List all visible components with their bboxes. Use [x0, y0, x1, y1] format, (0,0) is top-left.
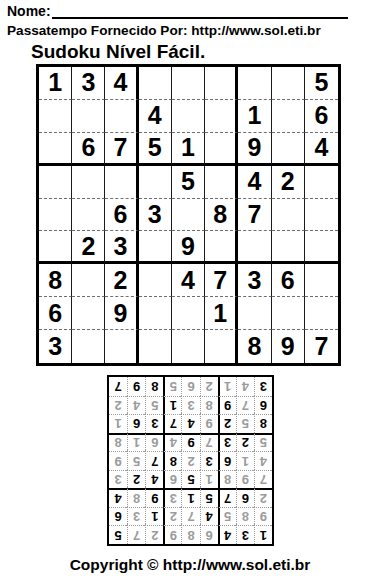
sudoku-cell-r2c5[interactable] [172, 100, 205, 133]
sudoku-cell-r3c8[interactable] [272, 133, 305, 166]
sudoku-cell-r3c7[interactable]: 9 [238, 133, 271, 166]
sudoku-cell-r2c6[interactable] [205, 100, 238, 133]
sudoku-cell-r5c5[interactable] [172, 199, 205, 232]
sudoku-cell-r8c6[interactable]: 1 [205, 297, 238, 330]
solution-cell-r1c7: 2 [145, 525, 163, 544]
copyright-line: Copyright © http://www.sol.eti.br [0, 556, 380, 574]
solution-cell-r5c2: 1 [236, 451, 254, 470]
sudoku-cell-r6c8[interactable] [272, 231, 305, 264]
sudoku-cell-r9c3[interactable] [105, 330, 138, 363]
solution-cell-r5c9: 9 [109, 451, 127, 470]
sudoku-cell-r8c8[interactable] [272, 297, 305, 330]
sudoku-cell-r9c4[interactable] [139, 330, 172, 363]
solution-cell-r2c9: 6 [109, 507, 127, 526]
solution-cell-r3c1: 2 [254, 488, 272, 507]
sudoku-cell-r8c2[interactable] [72, 297, 105, 330]
sudoku-cell-r6c3[interactable]: 3 [105, 231, 138, 264]
sudoku-cell-r5c7[interactable]: 7 [238, 199, 271, 232]
sudoku-cell-r5c6[interactable]: 8 [205, 199, 238, 232]
solution-cell-r7c9: 1 [109, 414, 127, 433]
solution-cell-r6c6: 4 [163, 433, 181, 452]
solution-cell-r9c8: 9 [127, 377, 145, 396]
solution-cell-r7c1: 8 [254, 414, 272, 433]
sudoku-grid: 134541667519454263872398247366913897 [36, 64, 341, 366]
solution-cell-r8c4: 8 [200, 396, 218, 415]
solution-cell-r4c6: 6 [163, 470, 181, 489]
solution-cell-r6c4: 7 [200, 433, 218, 452]
solution-cell-r8c9: 2 [109, 396, 127, 415]
solution-cell-r8c8: 4 [127, 396, 145, 415]
solution-cell-r3c9: 4 [109, 488, 127, 507]
solution-cell-r1c6: 9 [163, 525, 181, 544]
solution-cell-r4c8: 2 [127, 470, 145, 489]
solution-cell-r3c7: 9 [145, 488, 163, 507]
sudoku-cell-r3c6[interactable] [205, 133, 238, 166]
sudoku-cell-r4c8[interactable]: 2 [272, 166, 305, 199]
sudoku-cell-r3c2[interactable]: 6 [72, 133, 105, 166]
sudoku-cell-r7c3[interactable]: 2 [105, 264, 138, 297]
sudoku-cell-r2c3[interactable] [105, 100, 138, 133]
sudoku-cell-r4c2[interactable] [72, 166, 105, 199]
solution-cell-r9c1: 3 [254, 377, 272, 396]
sudoku-cell-r7c5[interactable]: 4 [172, 264, 205, 297]
sudoku-cell-r1c4[interactable] [139, 67, 172, 100]
page-title: Sudoku Nível Fácil. [31, 41, 205, 63]
solution-cell-r7c6: 7 [163, 414, 181, 433]
sudoku-cell-r1c7[interactable] [238, 67, 271, 100]
sudoku-cell-r4c3[interactable] [105, 166, 138, 199]
solution-cell-r1c8: 7 [127, 525, 145, 544]
solution-cell-r3c5: 1 [181, 488, 199, 507]
sudoku-cell-r9c9[interactable]: 7 [305, 330, 338, 363]
solution-cell-r9c7: 8 [145, 377, 163, 396]
sudoku-cell-r2c1[interactable] [39, 100, 72, 133]
solution-cell-r1c3: 4 [218, 525, 236, 544]
solution-cell-r9c5: 6 [181, 377, 199, 396]
solution-cell-r7c5: 4 [181, 414, 199, 433]
sudoku-cell-r2c2[interactable] [72, 100, 105, 133]
solution-cell-r3c4: 5 [200, 488, 218, 507]
solution-cell-r4c4: 1 [200, 470, 218, 489]
sudoku-cell-r1c6[interactable] [205, 67, 238, 100]
solution-cell-r5c4: 3 [200, 451, 218, 470]
solution-cell-r4c9: 3 [109, 470, 127, 489]
sudoku-cell-r3c3[interactable]: 7 [105, 133, 138, 166]
sudoku-cell-r2c4[interactable]: 4 [139, 100, 172, 133]
solution-cell-r9c2: 4 [236, 377, 254, 396]
solution-cell-r4c5: 5 [181, 470, 199, 489]
sudoku-cell-r2c7[interactable]: 1 [238, 100, 271, 133]
sudoku-cell-r5c3[interactable]: 6 [105, 199, 138, 232]
sudoku-cell-r4c5[interactable]: 5 [172, 166, 205, 199]
sudoku-cell-r1c3[interactable]: 4 [105, 67, 138, 100]
sudoku-cell-r8c1[interactable]: 6 [39, 297, 72, 330]
sudoku-cell-r4c9[interactable] [305, 166, 338, 199]
solution-cell-r8c2: 7 [236, 396, 254, 415]
sudoku-cell-r7c4[interactable] [139, 264, 172, 297]
solution-cell-r6c1: 5 [254, 433, 272, 452]
solution-cell-r5c6: 8 [163, 451, 181, 470]
solution-cell-r1c2: 3 [236, 525, 254, 544]
sudoku-cell-r5c8[interactable] [272, 199, 305, 232]
solution-cell-r2c6: 2 [163, 507, 181, 526]
solution-cell-r4c7: 4 [145, 470, 163, 489]
solution-cell-r2c2: 8 [236, 507, 254, 526]
solution-cell-r2c8: 3 [127, 507, 145, 526]
sudoku-cell-r1c8[interactable] [272, 67, 305, 100]
sudoku-cell-r7c8[interactable]: 6 [272, 264, 305, 297]
sudoku-cell-r7c9[interactable] [305, 264, 338, 297]
sudoku-cell-r9c1[interactable]: 3 [39, 330, 72, 363]
solution-cell-r1c4: 6 [200, 525, 218, 544]
solution-cell-r4c3: 8 [218, 470, 236, 489]
sudoku-cell-r7c2[interactable] [72, 264, 105, 297]
sudoku-cell-r9c6[interactable] [205, 330, 238, 363]
solution-cell-r5c8: 5 [127, 451, 145, 470]
solution-cell-r2c7: 1 [145, 507, 163, 526]
solution-cell-r9c9: 7 [109, 377, 127, 396]
solution-cell-r8c3: 9 [218, 396, 236, 415]
sudoku-cell-r1c5[interactable] [172, 67, 205, 100]
solution-cell-r3c6: 3 [163, 488, 181, 507]
sudoku-cell-r7c6[interactable]: 7 [205, 264, 238, 297]
sudoku-cell-r2c9[interactable]: 6 [305, 100, 338, 133]
solution-cell-r2c3: 5 [218, 507, 236, 526]
sudoku-cell-r6c2[interactable]: 2 [72, 231, 105, 264]
sudoku-cell-r5c1[interactable] [39, 199, 72, 232]
solution-cell-r9c4: 2 [200, 377, 218, 396]
sudoku-cell-r6c6[interactable] [205, 231, 238, 264]
solution-cell-r5c7: 7 [145, 451, 163, 470]
solution-cell-r6c8: 1 [127, 433, 145, 452]
sudoku-cell-r8c5[interactable] [172, 297, 205, 330]
solution-cell-r7c3: 2 [218, 414, 236, 433]
name-fill-in-line[interactable] [52, 3, 348, 19]
sudoku-cell-r5c9[interactable] [305, 199, 338, 232]
sudoku-cell-r5c2[interactable] [72, 199, 105, 232]
sudoku-cell-r1c9[interactable]: 5 [305, 67, 338, 100]
sudoku-cell-r9c7[interactable]: 8 [238, 330, 271, 363]
solution-cell-r8c1: 6 [254, 396, 272, 415]
sudoku-cell-r6c5[interactable]: 9 [172, 231, 205, 264]
sudoku-cell-r4c7[interactable]: 4 [238, 166, 271, 199]
solution-cell-r6c7: 6 [145, 433, 163, 452]
solution-cell-r3c8: 8 [127, 488, 145, 507]
solution-cell-r7c7: 3 [145, 414, 163, 433]
solution-cell-r7c2: 5 [236, 414, 254, 433]
solution-cell-r8c6: 1 [163, 396, 181, 415]
solution-cell-r6c2: 2 [236, 433, 254, 452]
solution-cell-r4c1: 7 [254, 470, 272, 489]
name-label: Nome: [7, 3, 51, 19]
solution-cell-r2c1: 9 [254, 507, 272, 526]
sudoku-cell-r7c7[interactable]: 3 [238, 264, 271, 297]
solution-cell-r7c4: 9 [200, 414, 218, 433]
solution-cell-r6c9: 8 [109, 433, 127, 452]
sudoku-cell-r6c9[interactable] [305, 231, 338, 264]
sudoku-cell-r2c8[interactable] [272, 100, 305, 133]
sudoku-cell-r6c1[interactable] [39, 231, 72, 264]
sudoku-cell-r8c4[interactable] [139, 297, 172, 330]
solution-cell-r5c3: 6 [218, 451, 236, 470]
worksheet-page: Nome: Passatempo Fornecido Por: http://w… [0, 0, 380, 585]
solution-cell-r5c5: 2 [181, 451, 199, 470]
solution-cell-r6c5: 9 [181, 433, 199, 452]
sudoku-cell-r8c9[interactable] [305, 297, 338, 330]
sudoku-cell-r4c4[interactable] [139, 166, 172, 199]
sudoku-cell-r9c2[interactable] [72, 330, 105, 363]
solution-cell-r8c5: 3 [181, 396, 199, 415]
sudoku-cell-r3c5[interactable]: 1 [172, 133, 205, 166]
solution-cell-r5c1: 4 [254, 451, 272, 470]
solution-grid-upside-down: 1346892759854721362675139847981564234163… [107, 375, 274, 546]
sudoku-cell-r1c1[interactable]: 1 [39, 67, 72, 100]
sudoku-cell-r6c4[interactable] [139, 231, 172, 264]
sudoku-cell-r5c4[interactable]: 3 [139, 199, 172, 232]
sudoku-cell-r9c5[interactable] [172, 330, 205, 363]
solution-cell-r9c3: 1 [218, 377, 236, 396]
solution-cell-r9c6: 5 [163, 377, 181, 396]
sudoku-cell-r9c8[interactable]: 9 [272, 330, 305, 363]
sudoku-cell-r8c7[interactable] [238, 297, 271, 330]
sudoku-cell-r8c3[interactable]: 9 [105, 297, 138, 330]
sudoku-cell-r6c7[interactable] [238, 231, 271, 264]
solution-cell-r2c5: 7 [181, 507, 199, 526]
solution-cell-r3c3: 7 [218, 488, 236, 507]
solution-cell-r7c8: 6 [127, 414, 145, 433]
solution-cell-r3c2: 6 [236, 488, 254, 507]
sudoku-cell-r3c9[interactable]: 4 [305, 133, 338, 166]
sudoku-cell-r4c1[interactable] [39, 166, 72, 199]
sudoku-cell-r3c4[interactable]: 5 [139, 133, 172, 166]
solution-cell-r1c1: 1 [254, 525, 272, 544]
sudoku-cell-r3c1[interactable] [39, 133, 72, 166]
name-field-row: Nome: [7, 3, 348, 19]
solution-cell-r1c5: 8 [181, 525, 199, 544]
solution-cell-r6c3: 3 [218, 433, 236, 452]
solution-cell-r8c7: 5 [145, 396, 163, 415]
solution-cell-r2c4: 4 [200, 507, 218, 526]
sudoku-cell-r4c6[interactable] [205, 166, 238, 199]
provider-line: Passatempo Fornecido Por: http://www.sol… [7, 23, 321, 38]
sudoku-cell-r1c2[interactable]: 3 [72, 67, 105, 100]
sudoku-cell-r7c1[interactable]: 8 [39, 264, 72, 297]
solution-cell-r4c2: 9 [236, 470, 254, 489]
solution-cell-r1c9: 5 [109, 525, 127, 544]
